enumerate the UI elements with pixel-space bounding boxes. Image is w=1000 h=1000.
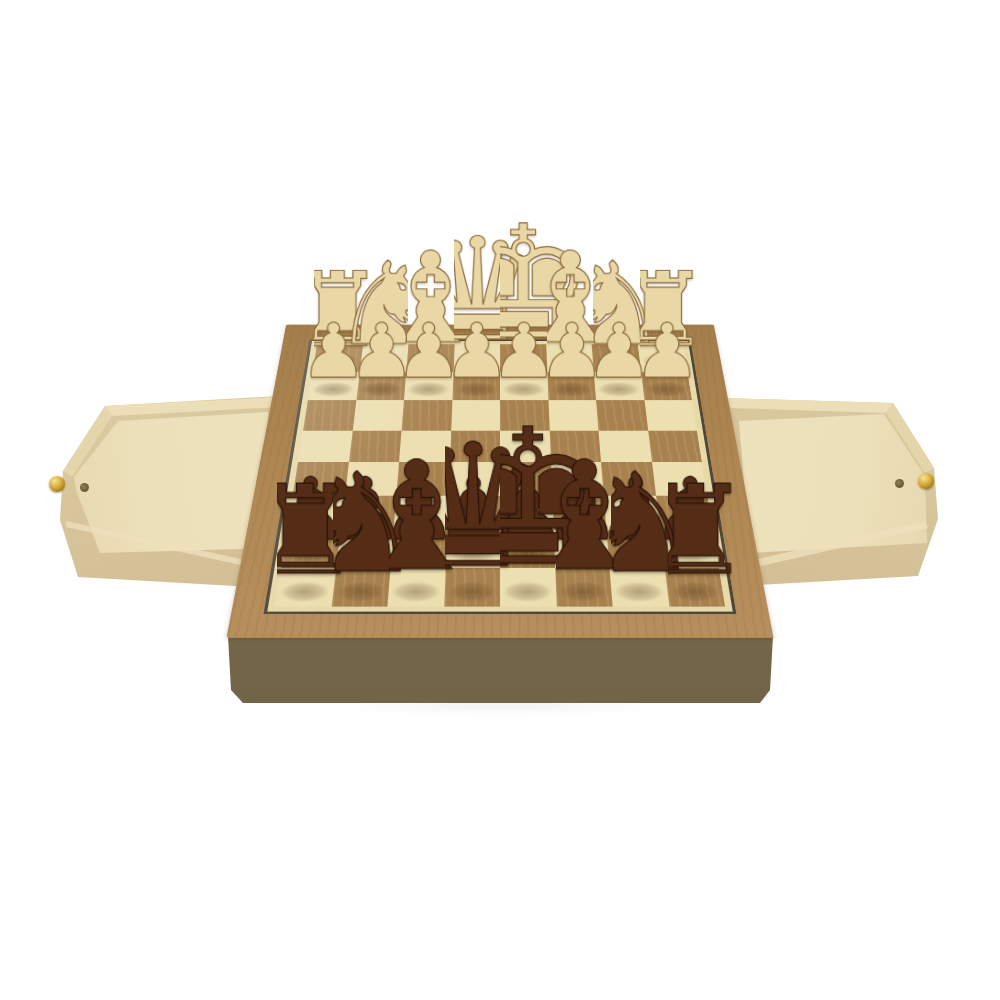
chessboard: ♜♞♝♛♚♝♞♜♟♟♟♟♟♟♟♟♟♟♟♟♟♟♟♟♜♞♝♛♚♝♞♜ <box>226 325 773 638</box>
scene: ♜♞♝♛♚♝♞♜♟♟♟♟♟♟♟♟♟♟♟♟♟♟♟♟♜♞♝♛♚♝♞♜ <box>260 222 740 702</box>
right-drawer-knob[interactable] <box>918 473 934 489</box>
product-photo-wooden-chess-box: { "game": "chess", "scene": { "descripti… <box>0 0 1000 1000</box>
left-drawer-knob-screw <box>80 483 89 492</box>
piece-white-pawn-h2[interactable]: ♟ <box>643 314 691 389</box>
right-drawer-knob-screw <box>895 479 904 488</box>
left-drawer-knob[interactable] <box>49 476 65 492</box>
piece-black-rook-h8[interactable]: ♜ <box>667 468 723 592</box>
pieces-layer: ♜♞♝♛♚♝♞♜♟♟♟♟♟♟♟♟♟♟♟♟♟♟♟♟♜♞♝♛♚♝♞♜ <box>275 344 725 606</box>
